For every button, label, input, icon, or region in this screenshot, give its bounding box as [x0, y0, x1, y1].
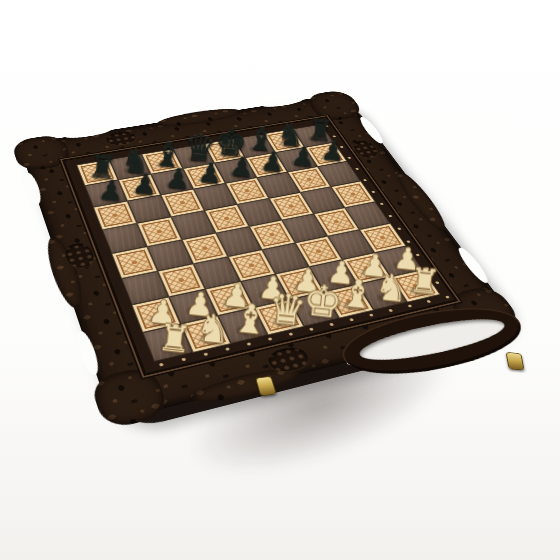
- tabletop-background: ♜♞♝♛♚♝♞♜♟♟♟♟♟♟♟♟♟♟♟♟♟♟♟♟♜♞♝♛♚♝♞♜: [0, 0, 560, 560]
- grape-cluster-carving: [62, 241, 97, 269]
- edge-notch: [73, 329, 102, 376]
- black-pawn[interactable]: ♟: [315, 136, 350, 166]
- white-rook[interactable]: ♜: [153, 318, 197, 359]
- white-king[interactable]: ♚: [301, 277, 344, 324]
- chess-case: ♜♞♝♛♚♝♞♜♟♟♟♟♟♟♟♟♟♟♟♟♟♟♟♟♜♞♝♛♚♝♞♜: [39, 16, 460, 437]
- black-pawn[interactable]: ♟: [286, 141, 321, 171]
- square-c4[interactable]: [182, 233, 228, 264]
- black-pawn[interactable]: ♟: [255, 146, 291, 176]
- black-pawn[interactable]: ♟: [192, 157, 228, 188]
- black-pawn[interactable]: ♟: [92, 174, 130, 206]
- edge-notch: [260, 96, 305, 109]
- square-a7[interactable]: ♟: [85, 180, 128, 207]
- edge-scallop: [188, 362, 306, 408]
- black-pawn[interactable]: ♟: [159, 163, 196, 194]
- white-bishop[interactable]: ♝: [229, 298, 273, 342]
- white-queen[interactable]: ♛: [266, 287, 309, 333]
- grape-cluster-carving: [265, 344, 313, 374]
- white-knight[interactable]: ♞: [191, 308, 235, 350]
- black-pawn[interactable]: ♟: [224, 152, 260, 182]
- black-pawn[interactable]: ♟: [126, 168, 163, 199]
